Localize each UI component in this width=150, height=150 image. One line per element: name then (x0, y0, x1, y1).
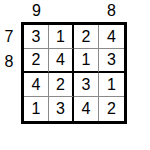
clue-left-row2: 8 (0, 49, 18, 74)
cell-r4c3[interactable]: 4 (74, 97, 99, 121)
cell-r4c2[interactable]: 3 (49, 97, 74, 121)
cell-r3c4[interactable]: 1 (99, 73, 124, 97)
cell-r3c3[interactable]: 3 (74, 73, 99, 97)
clue-top-col1: 9 (24, 2, 49, 20)
cell-r3c2[interactable]: 2 (49, 73, 74, 97)
clue-left-row1: 7 (0, 25, 18, 49)
cell-r3c1[interactable]: 4 (24, 73, 49, 97)
cell-r2c3[interactable]: 1 (74, 49, 99, 73)
cell-r1c3[interactable]: 2 (74, 25, 99, 49)
cell-r1c1[interactable]: 3 (24, 25, 49, 49)
clue-top-col4: 8 (99, 2, 124, 20)
cell-r4c4[interactable]: 2 (99, 97, 124, 121)
sudoku-board: 3 1 2 4 2 4 1 3 4 2 3 1 1 3 4 2 (21, 22, 127, 124)
cell-r2c1[interactable]: 2 (24, 49, 49, 73)
puzzle-diagram: 9 8 7 8 3 1 2 4 2 4 1 3 4 2 3 1 1 3 4 2 (0, 0, 150, 150)
cell-r2c2[interactable]: 4 (49, 49, 74, 73)
cell-r2c4[interactable]: 3 (99, 49, 124, 73)
cell-r4c1[interactable]: 1 (24, 97, 49, 121)
cell-r1c2[interactable]: 1 (49, 25, 74, 49)
cell-r1c4[interactable]: 4 (99, 25, 124, 49)
